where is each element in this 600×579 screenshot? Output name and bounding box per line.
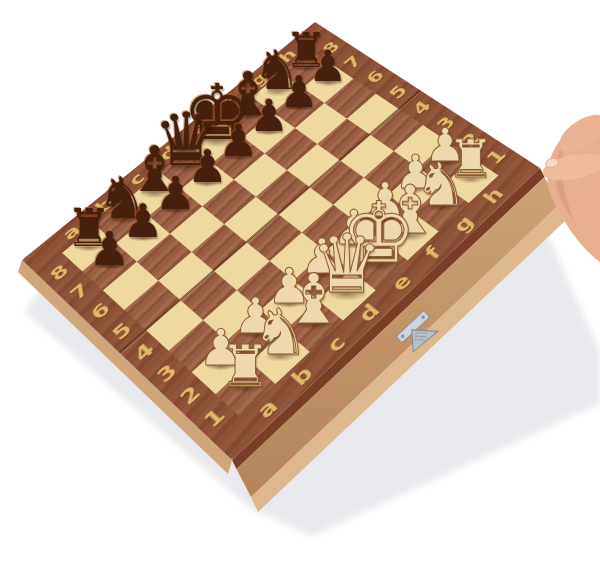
- hand: [0, 0, 600, 579]
- chess-set-product-photo: { "game": "chess", "scene": "overhead pr…: [0, 0, 600, 579]
